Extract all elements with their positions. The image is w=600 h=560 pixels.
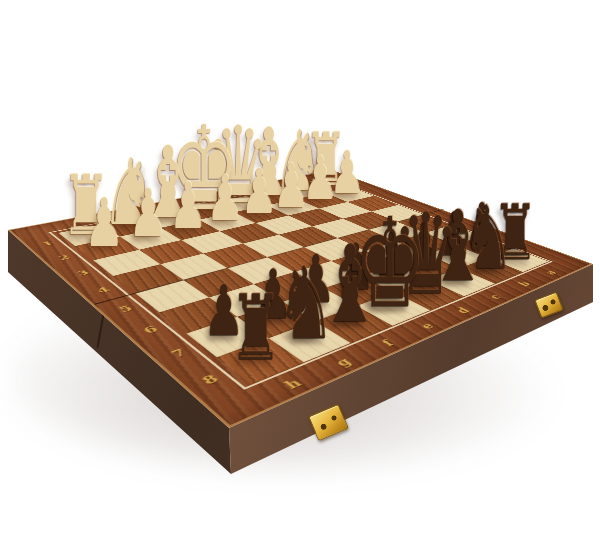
white-pawn-h2[interactable]: ♟ bbox=[84, 190, 124, 257]
rank-label-4: 4 bbox=[94, 285, 112, 294]
rank-label-7: 7 bbox=[168, 347, 190, 360]
file-label-h: h bbox=[280, 376, 305, 391]
rank-label-5: 5 bbox=[116, 304, 135, 314]
rank-label-1: 1 bbox=[40, 240, 55, 247]
black-rook-h8[interactable]: ♜ bbox=[230, 282, 283, 372]
file-label-a: a bbox=[542, 269, 560, 276]
chess-set-photo: 12345678 hgfedcba ♜♞♟♝♟♛♟♚♟♝♟♞♟♜♟♟♟♟♜♟♞♟… bbox=[0, 0, 600, 560]
white-pawn-c2[interactable]: ♟ bbox=[272, 154, 308, 215]
white-pawn-e2[interactable]: ♟ bbox=[206, 167, 243, 230]
file-label-b: b bbox=[514, 280, 533, 288]
white-pawn-g2[interactable]: ♟ bbox=[128, 181, 167, 247]
rank-label-8: 8 bbox=[198, 372, 221, 386]
file-label-c: c bbox=[485, 292, 504, 300]
black-knight-g8[interactable]: ♞ bbox=[276, 254, 335, 354]
white-pawn-d2[interactable]: ♟ bbox=[241, 160, 278, 222]
rank-label-3: 3 bbox=[74, 269, 91, 277]
rank-label-2: 2 bbox=[56, 254, 72, 261]
white-pawn-f2[interactable]: ♟ bbox=[169, 174, 207, 238]
rank-label-6: 6 bbox=[140, 324, 160, 335]
